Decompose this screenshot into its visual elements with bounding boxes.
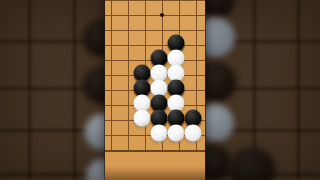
board-edge-line xyxy=(105,150,205,152)
board-bottom-shade xyxy=(105,166,205,180)
background-grid-line xyxy=(73,0,76,180)
white-stone: ● xyxy=(185,125,202,142)
board-horizontal-line xyxy=(105,0,205,1)
board-horizontal-line xyxy=(105,30,205,31)
white-stone: ● xyxy=(168,125,185,142)
blurred-black-stone-blob xyxy=(229,147,275,180)
white-stone: ● xyxy=(134,110,151,127)
board-horizontal-line xyxy=(105,15,205,16)
go-board: ●●●●●●●●●●●●●●●●●●● xyxy=(105,0,205,180)
white-stone: ● xyxy=(151,125,168,142)
video-frame: ●●●●●●●●●●●●●●●●●●● xyxy=(0,0,320,180)
blurred-black-stone-blob xyxy=(200,0,234,18)
star-point xyxy=(160,13,164,17)
background-grid-line xyxy=(28,0,31,180)
background-grid-line xyxy=(297,0,300,180)
